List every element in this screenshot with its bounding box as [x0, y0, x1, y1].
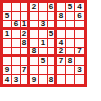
sudoku-cell-empty[interactable]	[57, 21, 66, 30]
sudoku-board: 26545866131258148275789734398	[0, 0, 87, 87]
sudoku-cell-empty[interactable]	[12, 3, 21, 12]
sudoku-cell-given: 4	[3, 75, 12, 84]
sudoku-cell-empty[interactable]	[30, 12, 39, 21]
sudoku-cell-given: 9	[3, 66, 12, 75]
sudoku-cell-given: 7	[21, 66, 30, 75]
sudoku-cell-empty[interactable]	[12, 39, 21, 48]
sudoku-cell-given: 7	[75, 48, 84, 57]
sudoku-cell-empty[interactable]	[21, 75, 30, 84]
sudoku-cell-given: 1	[3, 30, 12, 39]
sudoku-cell-empty[interactable]	[12, 30, 21, 39]
sudoku-cell-given: 3	[39, 21, 48, 30]
sudoku-cell-empty[interactable]	[66, 75, 75, 84]
sudoku-cell-given: 7	[57, 57, 66, 66]
sudoku-cell-empty[interactable]	[12, 57, 21, 66]
sudoku-cell-empty[interactable]	[66, 12, 75, 21]
sudoku-cell-given: 8	[30, 48, 39, 57]
sudoku-cell-empty[interactable]	[39, 3, 48, 12]
sudoku-cell-empty[interactable]	[21, 48, 30, 57]
sudoku-cell-empty[interactable]	[30, 30, 39, 39]
sudoku-cell-empty[interactable]	[66, 39, 75, 48]
sudoku-cell-given: 8	[66, 57, 75, 66]
sudoku-cell-given: 8	[48, 75, 57, 84]
sudoku-cell-empty[interactable]	[75, 21, 84, 30]
sudoku-cell-given: 8	[21, 39, 30, 48]
sudoku-cell-empty[interactable]	[48, 48, 57, 57]
sudoku-cell-given: 8	[57, 12, 66, 21]
sudoku-cell-empty[interactable]	[48, 57, 57, 66]
sudoku-cell-empty[interactable]	[75, 75, 84, 84]
sudoku-cell-given: 6	[12, 21, 21, 30]
sudoku-cell-empty[interactable]	[39, 75, 48, 84]
sudoku-cell-given: 9	[30, 75, 39, 84]
sudoku-cell-given: 5	[48, 30, 57, 39]
sudoku-cell-empty[interactable]	[66, 66, 75, 75]
sudoku-cell-given: 6	[48, 3, 57, 12]
sudoku-cell-given: 5	[66, 3, 75, 12]
sudoku-cell-given: 6	[75, 12, 84, 21]
sudoku-cell-empty[interactable]	[30, 66, 39, 75]
sudoku-cell-empty[interactable]	[48, 39, 57, 48]
sudoku-cell-given: 5	[39, 57, 48, 66]
sudoku-cell-empty[interactable]	[57, 66, 66, 75]
sudoku-cell-empty[interactable]	[39, 66, 48, 75]
sudoku-cell-empty[interactable]	[12, 66, 21, 75]
sudoku-cell-empty[interactable]	[12, 48, 21, 57]
sudoku-cell-empty[interactable]	[21, 3, 30, 12]
sudoku-cell-given: 1	[39, 39, 48, 48]
sudoku-cell-given: 5	[3, 12, 12, 21]
sudoku-cell-empty[interactable]	[30, 57, 39, 66]
sudoku-cell-empty[interactable]	[75, 30, 84, 39]
sudoku-cell-empty[interactable]	[48, 12, 57, 21]
sudoku-cell-given: 3	[12, 75, 21, 84]
sudoku-cell-given: 2	[30, 3, 39, 12]
sudoku-cell-empty[interactable]	[30, 21, 39, 30]
sudoku-cell-empty[interactable]	[66, 30, 75, 39]
sudoku-cell-given: 3	[75, 66, 84, 75]
sudoku-cell-empty[interactable]	[3, 39, 12, 48]
sudoku-cell-empty[interactable]	[48, 66, 57, 75]
sudoku-cell-empty[interactable]	[57, 75, 66, 84]
sudoku-cell-empty[interactable]	[66, 21, 75, 30]
sudoku-cell-empty[interactable]	[3, 48, 12, 57]
